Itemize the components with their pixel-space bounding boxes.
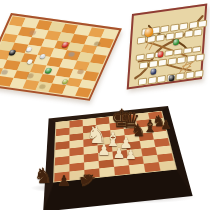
number-square (177, 56, 186, 64)
number-square (194, 70, 203, 78)
number-square (158, 59, 167, 67)
number-square (167, 57, 176, 65)
number-square (188, 21, 197, 29)
product-photo-board-game-set: ♞♟♝♟♟♟♚♛♞♝♞♟♞♟♞ (0, 0, 210, 210)
number-square (165, 33, 174, 41)
chess-square (54, 172, 69, 182)
chess-square (69, 170, 84, 180)
chess-square (144, 162, 161, 172)
number-square (195, 53, 204, 61)
chess-square (84, 169, 99, 179)
number-square (156, 34, 165, 42)
chess-board-grid (54, 111, 175, 181)
number-square (179, 22, 188, 30)
checkered-board-grid (0, 16, 118, 97)
number-square (139, 61, 148, 69)
number-square (138, 78, 147, 86)
wooden-chess-board (49, 106, 182, 210)
number-square (157, 75, 166, 83)
checkered-game-board (0, 13, 122, 101)
number-square (160, 25, 169, 33)
chess-square (129, 164, 145, 174)
number-square (198, 20, 207, 28)
number-square (147, 77, 156, 85)
board-square (75, 87, 92, 97)
number-square (185, 71, 194, 79)
number-square (184, 30, 193, 38)
chess-square (159, 161, 176, 171)
chess-square (99, 167, 115, 177)
chess-board-top-face (43, 106, 192, 210)
number-square (137, 37, 146, 45)
number-square (169, 24, 178, 32)
number-square (186, 55, 195, 63)
chess-square (114, 165, 130, 175)
number-square (175, 73, 184, 81)
number-square (193, 29, 202, 37)
snakes-and-ladders-board (127, 3, 208, 89)
number-square (148, 60, 157, 68)
